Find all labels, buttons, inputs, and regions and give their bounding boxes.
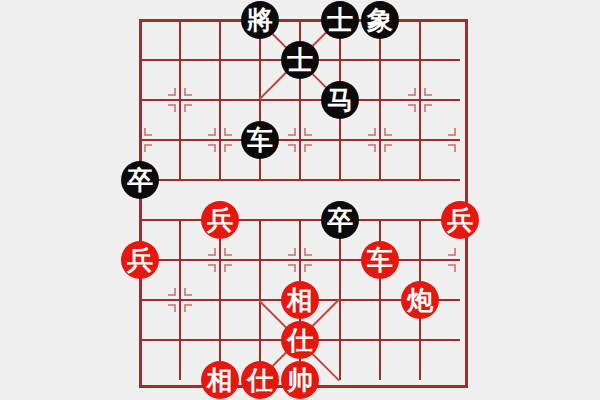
xiangqi-diagram: 將士象士马车卒卒兵兵兵车相炮仕相仕帅 xyxy=(0,0,600,400)
piece-red-soldier[interactable]: 兵 xyxy=(121,241,159,279)
point-marker xyxy=(424,104,432,112)
piece-black-advisor[interactable]: 士 xyxy=(321,1,359,39)
point-marker xyxy=(184,88,192,96)
point-marker xyxy=(144,128,152,136)
grid-line-vertical xyxy=(179,20,181,180)
point-marker xyxy=(208,144,216,152)
point-marker xyxy=(384,144,392,152)
piece-black-soldier[interactable]: 卒 xyxy=(321,201,359,239)
point-marker xyxy=(304,128,312,136)
point-marker xyxy=(304,248,312,256)
piece-red-soldier[interactable]: 兵 xyxy=(441,201,479,239)
point-marker xyxy=(208,264,216,272)
grid-line-vertical xyxy=(219,220,221,380)
point-marker xyxy=(448,248,456,256)
piece-red-soldier[interactable]: 兵 xyxy=(201,201,239,239)
piece-black-elephant[interactable]: 象 xyxy=(361,1,399,39)
piece-black-general[interactable]: 將 xyxy=(241,1,279,39)
piece-red-advisor[interactable]: 仕 xyxy=(241,361,279,399)
point-marker xyxy=(184,104,192,112)
point-marker xyxy=(168,104,176,112)
grid-line-vertical xyxy=(379,20,381,180)
point-marker xyxy=(288,128,296,136)
point-marker xyxy=(208,128,216,136)
point-marker xyxy=(224,144,232,152)
point-marker xyxy=(224,264,232,272)
point-marker xyxy=(384,128,392,136)
piece-black-advisor[interactable]: 士 xyxy=(281,41,319,79)
grid-line-vertical xyxy=(219,20,221,180)
piece-red-elephant[interactable]: 相 xyxy=(201,361,239,399)
point-marker xyxy=(184,288,192,296)
point-marker xyxy=(368,128,376,136)
point-marker xyxy=(288,248,296,256)
point-marker xyxy=(168,304,176,312)
piece-red-elephant[interactable]: 相 xyxy=(281,281,319,319)
point-marker xyxy=(448,144,456,152)
piece-red-advisor[interactable]: 仕 xyxy=(281,321,319,359)
point-marker xyxy=(304,144,312,152)
point-marker xyxy=(208,248,216,256)
point-marker xyxy=(408,88,416,96)
grid-line-vertical xyxy=(179,220,181,380)
point-marker xyxy=(424,88,432,96)
point-marker xyxy=(304,264,312,272)
point-marker xyxy=(144,144,152,152)
point-marker xyxy=(288,144,296,152)
point-marker xyxy=(368,144,376,152)
point-marker xyxy=(448,264,456,272)
piece-black-soldier[interactable]: 卒 xyxy=(121,161,159,199)
point-marker xyxy=(168,288,176,296)
point-marker xyxy=(224,128,232,136)
piece-red-cannon[interactable]: 炮 xyxy=(401,281,439,319)
point-marker xyxy=(288,264,296,272)
point-marker xyxy=(224,248,232,256)
piece-black-horse[interactable]: 马 xyxy=(321,81,359,119)
point-marker xyxy=(408,104,416,112)
piece-black-chariot[interactable]: 车 xyxy=(241,121,279,159)
point-marker xyxy=(184,304,192,312)
piece-red-general[interactable]: 帅 xyxy=(281,361,319,399)
grid-line-vertical xyxy=(419,20,421,180)
point-marker xyxy=(168,88,176,96)
piece-red-chariot[interactable]: 车 xyxy=(361,241,399,279)
point-marker xyxy=(448,128,456,136)
xiangqi-board: 將士象士马车卒卒兵兵兵车相炮仕相仕帅 xyxy=(0,0,600,400)
